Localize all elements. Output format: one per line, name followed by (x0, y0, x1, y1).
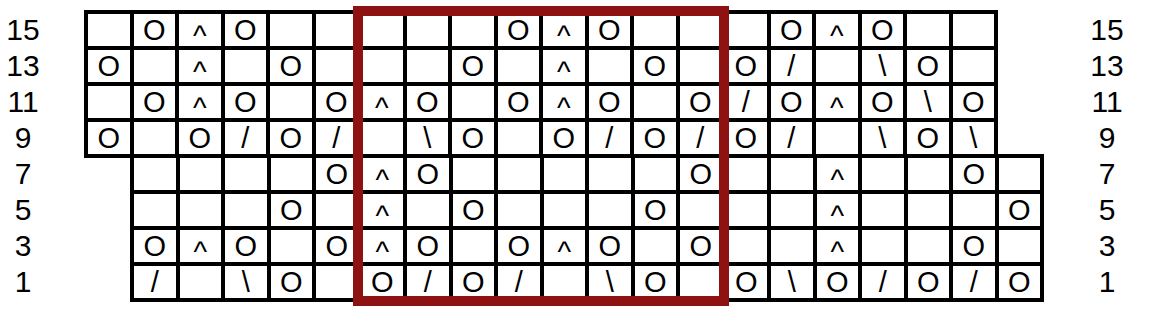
chart-cell: O (634, 50, 676, 82)
chart-cell: O (589, 14, 631, 46)
chart-cell: O (407, 86, 449, 118)
stitch-symbol: / (332, 124, 340, 153)
stitch-symbol: \ (242, 268, 250, 297)
chart-cell: / (316, 122, 358, 154)
chart-cell: O (999, 194, 1041, 226)
chart-cell: O (908, 266, 950, 298)
chart-cell (953, 50, 995, 82)
chart-cell (771, 194, 813, 226)
chart-cell: O (362, 266, 404, 298)
stitch-symbol: O (280, 268, 303, 297)
chart-cell: O (316, 230, 358, 262)
chart-cell (634, 14, 676, 46)
stitch-symbol: ^ (830, 94, 844, 123)
stitch-symbol: O (234, 232, 257, 261)
chart-cell (452, 14, 494, 46)
chart-cell (225, 50, 267, 82)
row-number-left-9: 9 (0, 122, 46, 154)
stitch-symbol: O (234, 88, 257, 117)
chart-cell (498, 158, 540, 190)
chart-cell (544, 158, 586, 190)
stitch-symbol: ^ (557, 94, 571, 123)
row-number-right-11: 11 (1081, 86, 1133, 118)
stitch-symbol: O (689, 232, 712, 261)
chart-cell: O (407, 230, 449, 262)
chart-cell (407, 14, 449, 46)
chart-cell: ^ (362, 230, 404, 262)
chart-cell: ^ (180, 230, 222, 262)
chart-cell (907, 14, 949, 46)
chart-cell: \ (862, 122, 904, 154)
chart-cell (680, 14, 722, 46)
chart-cell: O (771, 86, 813, 118)
chart-cell (88, 86, 130, 118)
stitch-symbol: ^ (375, 202, 389, 231)
chart-cell: ^ (544, 230, 586, 262)
stitch-symbol: O (643, 124, 666, 153)
chart-cell (453, 230, 495, 262)
stitch-symbol: O (962, 232, 985, 261)
chart-cell: \ (907, 86, 949, 118)
chart-cell: \ (589, 266, 631, 298)
stitch-symbol: O (644, 268, 667, 297)
stitch-symbol: \ (606, 268, 614, 297)
stitch-symbol: O (188, 124, 211, 153)
chart-cell: ^ (179, 86, 221, 118)
stitch-symbol: ^ (830, 166, 844, 195)
chart-cell: O (589, 86, 631, 118)
stitch-symbol: O (916, 124, 939, 153)
chart-cell (953, 14, 995, 46)
chart-cell: O (498, 14, 540, 46)
chart-cell: / (725, 86, 767, 118)
chart-cell: \ (225, 266, 267, 298)
chart-cell: ^ (817, 194, 859, 226)
stitch-symbol: O (826, 268, 849, 297)
stitch-symbol: \ (788, 268, 796, 297)
chart-cell: / (498, 266, 540, 298)
chart-cell: O (316, 158, 358, 190)
chart-cell (134, 122, 176, 154)
chart-cell (180, 194, 222, 226)
chart-cell (862, 194, 904, 226)
chart-cell: / (589, 122, 631, 154)
chart-cell: ^ (816, 14, 858, 46)
stitch-symbol: O (143, 88, 166, 117)
chart-cell (134, 158, 176, 190)
chart-cell: O (725, 122, 767, 154)
stitch-symbol: / (787, 52, 795, 81)
stitch-symbol: O (689, 160, 712, 189)
stitch-symbol: O (325, 232, 348, 261)
chart-cell (316, 194, 358, 226)
chart-cell: O (725, 50, 767, 82)
chart-cell (999, 230, 1041, 262)
chart-cell: O (134, 230, 176, 262)
chart-cell (634, 86, 676, 118)
chart-cell (726, 158, 768, 190)
chart-cell (589, 194, 631, 226)
row-number-left-7: 7 (0, 158, 46, 190)
stitch-symbol: O (871, 16, 894, 45)
chart-cell (726, 230, 768, 262)
stitch-symbol: O (416, 160, 439, 189)
chart-cell: / (225, 122, 267, 154)
stitch-symbol: O (416, 232, 439, 261)
stitch-symbol: \ (924, 88, 932, 117)
row-number-right-3: 3 (1081, 230, 1133, 262)
chart-cell (816, 122, 858, 154)
stitch-symbol: O (507, 232, 530, 261)
chart-cell: O (953, 158, 995, 190)
chart-cell (680, 194, 722, 226)
row-number-right-1: 1 (1081, 266, 1133, 298)
stitch-symbol: O (689, 88, 712, 117)
stitch-symbol: O (917, 268, 940, 297)
stitch-symbol: O (97, 124, 120, 153)
stitch-symbol: ^ (193, 22, 207, 51)
stitch-symbol: / (605, 124, 613, 153)
stitch-symbol: O (461, 52, 484, 81)
stitch-symbol: O (462, 268, 485, 297)
chart-cell (771, 230, 813, 262)
stitch-symbol: O (1008, 196, 1031, 225)
stitch-symbol: O (871, 88, 894, 117)
chart-cell: O (680, 230, 722, 262)
chart-cell: O (862, 14, 904, 46)
chart-cell: O (453, 194, 495, 226)
row-number-left-5: 5 (0, 194, 46, 226)
chart-cell (271, 158, 313, 190)
chart-cell: O (134, 14, 176, 46)
chart-cell (999, 158, 1041, 190)
stitch-symbol: / (515, 268, 523, 297)
row-number-left-3: 3 (0, 230, 46, 262)
stitch-symbol: O (598, 16, 621, 45)
stitch-symbol: O (735, 268, 758, 297)
stitch-symbol: ^ (193, 58, 207, 87)
stitch-symbol: O (644, 196, 667, 225)
knitting-chart: 15 13 11 9 7 5 3 1 O^OO^OO^OO^OO^OO/\OO^… (0, 0, 1155, 318)
chart-cell: O (907, 50, 949, 82)
stitch-symbol: O (461, 124, 484, 153)
stitch-symbol: O (962, 88, 985, 117)
chart-cell: O (953, 86, 995, 118)
chart-cell (498, 194, 540, 226)
chart-cell: O (271, 194, 313, 226)
chart-cell: O (134, 86, 176, 118)
chart-cell (407, 194, 449, 226)
chart-cell: ^ (817, 158, 859, 190)
chart-cell: O (498, 86, 540, 118)
chart-cell: ^ (362, 158, 404, 190)
chart-cell: ^ (816, 86, 858, 118)
row-number-right-13: 13 (1081, 50, 1133, 82)
chart-cell: O (635, 194, 677, 226)
chart-cell (88, 14, 130, 46)
chart-cell (180, 158, 222, 190)
stitch-symbol: O (143, 16, 166, 45)
chart-cell: ^ (362, 194, 404, 226)
stitch-symbol: O (734, 124, 757, 153)
chart-cell (498, 122, 540, 154)
row-number-right-9: 9 (1081, 122, 1133, 154)
chart-cell (316, 266, 358, 298)
chart-cell: O (225, 230, 267, 262)
stitch-symbol: O (780, 88, 803, 117)
chart-cell (680, 266, 722, 298)
stitch-symbol: ^ (830, 22, 844, 51)
chart-cell: O (452, 50, 494, 82)
stitch-symbol: \ (878, 52, 886, 81)
stitch-symbol: / (970, 268, 978, 297)
stitch-symbol: \ (878, 124, 886, 153)
stitch-symbol: O (97, 52, 120, 81)
chart-cell (635, 230, 677, 262)
stitch-symbol: ^ (830, 202, 844, 231)
stitch-symbol: O (325, 88, 348, 117)
chart-cell: O (271, 266, 313, 298)
chart-cell: O (453, 266, 495, 298)
chart-cell (680, 50, 722, 82)
stitch-symbol: O (552, 124, 575, 153)
chart-cell: / (771, 50, 813, 82)
chart-cell: O (407, 158, 449, 190)
chart-cell: O (270, 122, 312, 154)
row-number-left-15: 15 (0, 14, 46, 46)
stitch-symbol: / (424, 268, 432, 297)
stitch-symbol: O (598, 232, 621, 261)
chart-cell: \ (862, 50, 904, 82)
chart-cell: O (589, 230, 631, 262)
chart-cell (953, 194, 995, 226)
stitch-symbol: O (416, 88, 439, 117)
chart-cell (271, 230, 313, 262)
chart-cell: ^ (543, 14, 585, 46)
row-number-left-13: 13 (0, 50, 46, 82)
stitch-symbol: O (280, 196, 303, 225)
chart-cell (316, 14, 358, 46)
stitch-symbol: / (696, 124, 704, 153)
chart-cell: \ (407, 122, 449, 154)
stitch-symbol: / (879, 268, 887, 297)
chart-cell (134, 50, 176, 82)
chart-cell: O (179, 122, 221, 154)
chart-cell: O (680, 158, 722, 190)
chart-cell (908, 158, 950, 190)
chart-cell (862, 230, 904, 262)
chart-cell: / (680, 122, 722, 154)
row-number-right-7: 7 (1081, 158, 1133, 190)
stitch-symbol: O (279, 52, 302, 81)
stitch-symbol: O (462, 196, 485, 225)
chart-cell (225, 194, 267, 226)
chart-cell: ^ (179, 14, 221, 46)
chart-cell: O (907, 122, 949, 154)
stitch-symbol: O (325, 160, 348, 189)
stitch-symbol: O (279, 124, 302, 153)
stitch-symbol: O (962, 160, 985, 189)
stitch-symbol: / (787, 124, 795, 153)
chart-cell: / (953, 266, 995, 298)
chart-cell: O (680, 86, 722, 118)
stitch-symbol: ^ (375, 238, 389, 267)
chart-cell (452, 86, 494, 118)
chart-cell (908, 230, 950, 262)
chart-cell (771, 158, 813, 190)
chart-cell: O (225, 14, 267, 46)
chart-cell: O (635, 266, 677, 298)
chart-cell: O (726, 266, 768, 298)
stitch-symbol: O (507, 16, 530, 45)
stitch-symbol: ^ (830, 238, 844, 267)
chart-cell (544, 266, 586, 298)
chart-cell: \ (771, 266, 813, 298)
chart-cell (862, 158, 904, 190)
chart-cell: ^ (179, 50, 221, 82)
stitch-symbol: O (643, 52, 666, 81)
chart-cell (589, 158, 631, 190)
chart-cell (270, 86, 312, 118)
chart-cell: / (771, 122, 813, 154)
row-number-left-1: 1 (0, 266, 46, 298)
stitch-symbol: ^ (557, 58, 571, 87)
stitch-symbol: O (143, 232, 166, 261)
chart-cell (316, 50, 358, 82)
chart-cell (908, 194, 950, 226)
stitch-symbol: ^ (193, 238, 207, 267)
stitch-symbol: O (916, 52, 939, 81)
chart-cell (361, 50, 403, 82)
chart-cell (180, 266, 222, 298)
stitch-symbol: / (151, 268, 159, 297)
chart-cell (270, 14, 312, 46)
chart-cell (498, 50, 540, 82)
chart-cell (407, 50, 449, 82)
stitch-symbol: ^ (375, 166, 389, 195)
stitch-symbol: \ (969, 124, 977, 153)
row-number-right-5: 5 (1081, 194, 1133, 226)
chart-cell (453, 158, 495, 190)
stitch-symbol: ^ (375, 94, 389, 123)
chart-cell (816, 50, 858, 82)
chart-cell: ^ (817, 230, 859, 262)
chart-cell (361, 122, 403, 154)
chart-cell: O (953, 230, 995, 262)
chart-cell (725, 14, 767, 46)
chart-cell: O (316, 86, 358, 118)
chart-cell (635, 158, 677, 190)
stitch-symbol: O (598, 88, 621, 117)
chart-grid-top: O^OO^OO^OO^OO^OO/\OO^OO^OO^OO/O^O\OOO/O/… (84, 10, 998, 158)
chart-cell: O (270, 50, 312, 82)
chart-cell: O (452, 122, 494, 154)
chart-cell: O (88, 122, 130, 154)
chart-grid-bottom: O^OO^OO^OO^OO^OO^OO^OO^O/\OO/O/\OO\O/O/O (130, 154, 1044, 302)
stitch-symbol: O (234, 16, 257, 45)
chart-cell: O (771, 14, 813, 46)
stitch-symbol: ^ (557, 238, 571, 267)
chart-cell: O (88, 50, 130, 82)
row-number-left-11: 11 (0, 86, 46, 118)
chart-cell (589, 50, 631, 82)
chart-cell (361, 14, 403, 46)
chart-cell: O (862, 86, 904, 118)
chart-cell: \ (953, 122, 995, 154)
stitch-symbol: ^ (193, 94, 207, 123)
stitch-symbol: O (371, 268, 394, 297)
stitch-symbol: O (1008, 268, 1031, 297)
chart-cell: O (634, 122, 676, 154)
chart-cell (225, 158, 267, 190)
stitch-symbol: ^ (557, 22, 571, 51)
chart-cell: ^ (543, 50, 585, 82)
chart-cell: O (817, 266, 859, 298)
stitch-symbol: O (780, 16, 803, 45)
chart-cell: ^ (543, 86, 585, 118)
chart-cell (134, 194, 176, 226)
chart-cell: O (999, 266, 1041, 298)
chart-cell (544, 194, 586, 226)
stitch-symbol: / (241, 124, 249, 153)
chart-cell: / (862, 266, 904, 298)
row-number-right-15: 15 (1081, 14, 1133, 46)
chart-cell: O (498, 230, 540, 262)
stitch-symbol: / (742, 88, 750, 117)
stitch-symbol: O (734, 52, 757, 81)
chart-cell: ^ (361, 86, 403, 118)
chart-cell: / (407, 266, 449, 298)
stitch-symbol: \ (423, 124, 431, 153)
chart-cell: O (543, 122, 585, 154)
stitch-symbol: O (507, 88, 530, 117)
chart-cell: / (134, 266, 176, 298)
chart-cell (726, 194, 768, 226)
chart-cell: O (225, 86, 267, 118)
